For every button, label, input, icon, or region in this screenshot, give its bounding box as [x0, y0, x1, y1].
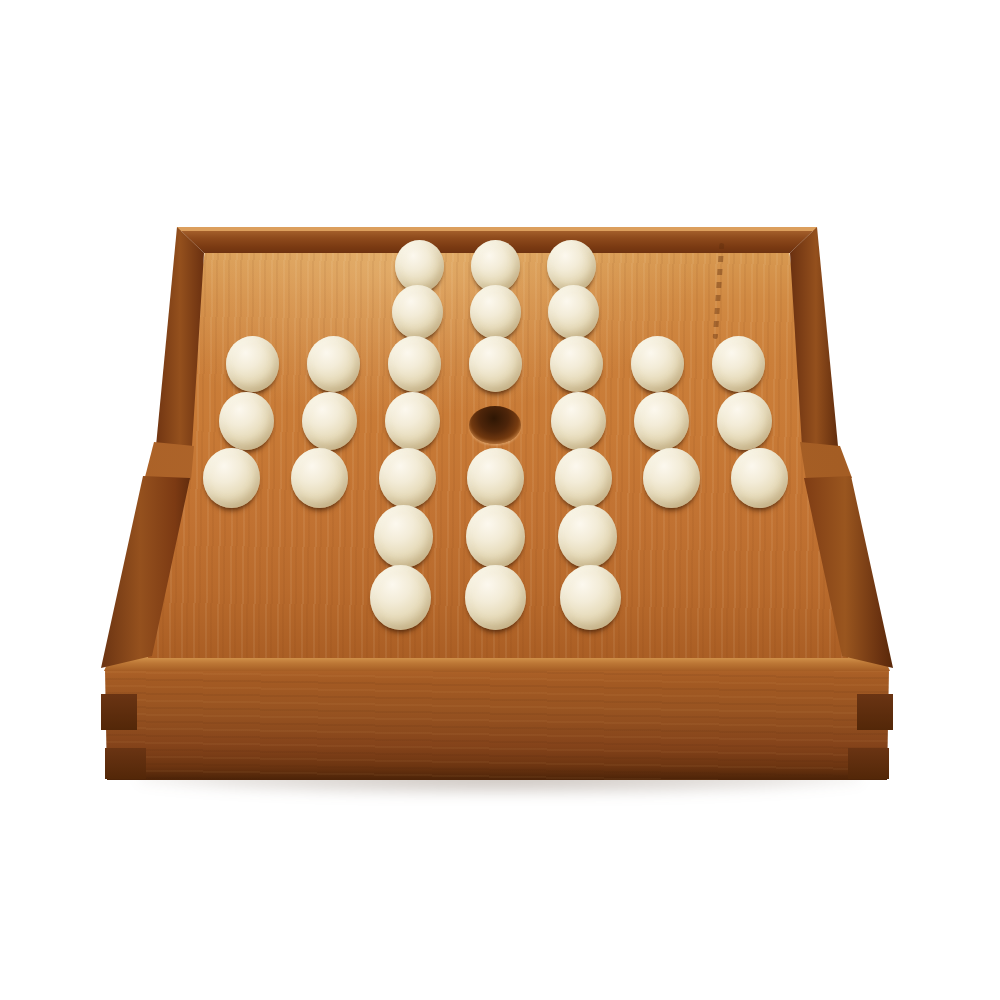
marble-r6-c4[interactable]	[466, 505, 525, 568]
marble-r2-c5[interactable]	[548, 285, 599, 339]
marble-r4-c6[interactable]	[634, 392, 689, 450]
marble-r5-c6[interactable]	[643, 448, 700, 508]
finger-joint-tooth-right-1	[857, 694, 893, 730]
marble-r3-c1[interactable]	[226, 336, 279, 392]
marble-r4-c5[interactable]	[551, 392, 606, 450]
marble-r2-c4[interactable]	[470, 285, 521, 339]
marble-r3-c5[interactable]	[550, 336, 603, 392]
marble-r7-c3[interactable]	[370, 565, 431, 630]
finger-joint-tooth-left-1	[101, 694, 137, 730]
marble-r3-c2[interactable]	[307, 336, 360, 392]
marble-r4-c2[interactable]	[302, 392, 357, 450]
marble-r5-c4[interactable]	[467, 448, 524, 508]
marble-r7-c5[interactable]	[560, 565, 621, 630]
marble-r7-c4[interactable]	[465, 565, 526, 630]
marble-r5-c2[interactable]	[291, 448, 348, 508]
marble-r6-c5[interactable]	[558, 505, 617, 568]
marble-r3-c7[interactable]	[712, 336, 765, 392]
marble-r3-c4[interactable]	[469, 336, 522, 392]
finger-joint-tooth-left-2	[105, 748, 146, 779]
empty-center-hole[interactable]	[469, 406, 521, 444]
product-photo-scene	[0, 0, 1000, 1000]
marble-r6-c3[interactable]	[374, 505, 433, 568]
marble-r3-c6[interactable]	[631, 336, 684, 392]
marble-r5-c1[interactable]	[203, 448, 260, 508]
marble-r5-c3[interactable]	[379, 448, 436, 508]
marble-r4-c7[interactable]	[717, 392, 772, 450]
marble-r4-c3[interactable]	[385, 392, 440, 450]
marble-r2-c3[interactable]	[392, 285, 443, 339]
marble-r3-c3[interactable]	[388, 336, 441, 392]
marble-r4-c1[interactable]	[219, 392, 274, 450]
marble-r5-c7[interactable]	[731, 448, 788, 508]
finger-joint-tooth-right-2	[848, 748, 889, 779]
marble-r5-c5[interactable]	[555, 448, 612, 508]
